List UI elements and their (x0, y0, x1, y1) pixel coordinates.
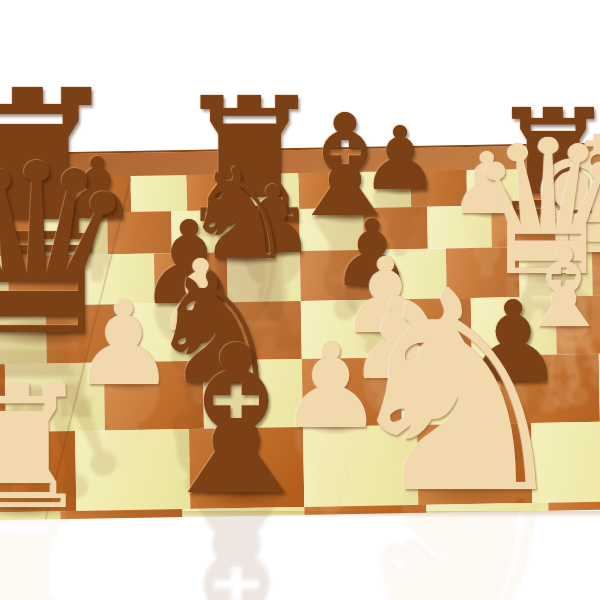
light-knight: ♞ (333, 255, 581, 532)
dark-bishop: ♝ (144, 318, 328, 524)
pieces-layer: ♟♟♜♜♟♟♝♝♟♟♜♜♜♜♟♟♚♚♞♞♛♛♟♟♟♟♝♝♟♟♛♛♟♟♟♟♟♟♞♞… (0, 0, 600, 600)
light-rook: ♜ (0, 364, 94, 534)
chess-set-photo: ♟♟♜♜♟♟♝♝♟♟♜♜♜♜♟♟♚♚♞♞♛♛♟♟♟♟♝♝♟♟♛♛♟♟♟♟♟♟♞♞… (0, 0, 600, 600)
